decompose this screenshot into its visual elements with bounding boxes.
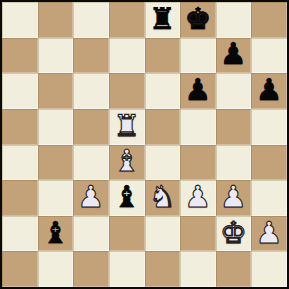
square-h2[interactable]: ♟ xyxy=(251,216,287,252)
square-f6[interactable]: ♟ xyxy=(180,73,216,109)
square-d5[interactable]: ♜ xyxy=(109,109,145,145)
square-f3[interactable]: ♟ xyxy=(180,180,216,216)
square-a8[interactable] xyxy=(2,2,38,38)
square-g2[interactable]: ♚ xyxy=(216,216,252,252)
square-g6[interactable] xyxy=(216,73,252,109)
square-a2[interactable] xyxy=(2,216,38,252)
square-e6[interactable] xyxy=(145,73,181,109)
square-b8[interactable] xyxy=(38,2,74,38)
square-e5[interactable] xyxy=(145,109,181,145)
square-h8[interactable] xyxy=(251,2,287,38)
black-bishop-piece: ♝ xyxy=(113,182,140,212)
black-pawn-piece: ♟ xyxy=(184,75,211,105)
square-g4[interactable] xyxy=(216,145,252,181)
square-d2[interactable] xyxy=(109,216,145,252)
chess-board: ♜♚♟♟♟♜♝♟♝♞♟♟♝♚♟ xyxy=(2,2,287,287)
square-b5[interactable] xyxy=(38,109,74,145)
square-c4[interactable] xyxy=(73,145,109,181)
white-rook-piece: ♜ xyxy=(113,111,140,141)
square-f7[interactable] xyxy=(180,38,216,74)
square-a3[interactable] xyxy=(2,180,38,216)
square-b6[interactable] xyxy=(38,73,74,109)
white-pawn-piece: ♟ xyxy=(184,182,211,212)
black-king-piece: ♚ xyxy=(184,4,211,34)
square-c1[interactable] xyxy=(73,251,109,287)
square-e4[interactable] xyxy=(145,145,181,181)
square-b4[interactable] xyxy=(38,145,74,181)
square-h6[interactable]: ♟ xyxy=(251,73,287,109)
square-a5[interactable] xyxy=(2,109,38,145)
white-pawn-piece: ♟ xyxy=(256,218,283,248)
square-f1[interactable] xyxy=(180,251,216,287)
square-a7[interactable] xyxy=(2,38,38,74)
chess-board-frame: ♜♚♟♟♟♜♝♟♝♞♟♟♝♚♟ xyxy=(0,0,289,289)
square-b7[interactable] xyxy=(38,38,74,74)
square-h4[interactable] xyxy=(251,145,287,181)
white-king-piece: ♚ xyxy=(220,218,247,248)
square-a6[interactable] xyxy=(2,73,38,109)
square-d3[interactable]: ♝ xyxy=(109,180,145,216)
square-h7[interactable] xyxy=(251,38,287,74)
square-g3[interactable]: ♟ xyxy=(216,180,252,216)
square-e8[interactable]: ♜ xyxy=(145,2,181,38)
white-pawn-piece: ♟ xyxy=(220,182,247,212)
square-c8[interactable] xyxy=(73,2,109,38)
square-g7[interactable]: ♟ xyxy=(216,38,252,74)
square-a1[interactable] xyxy=(2,251,38,287)
square-g5[interactable] xyxy=(216,109,252,145)
square-e7[interactable] xyxy=(145,38,181,74)
white-knight-piece: ♞ xyxy=(149,182,176,212)
square-g8[interactable] xyxy=(216,2,252,38)
black-pawn-piece: ♟ xyxy=(220,39,247,69)
white-pawn-piece: ♟ xyxy=(78,182,105,212)
square-f2[interactable] xyxy=(180,216,216,252)
square-e2[interactable] xyxy=(145,216,181,252)
square-f8[interactable]: ♚ xyxy=(180,2,216,38)
square-c6[interactable] xyxy=(73,73,109,109)
square-h1[interactable] xyxy=(251,251,287,287)
square-b2[interactable]: ♝ xyxy=(38,216,74,252)
square-f4[interactable] xyxy=(180,145,216,181)
square-c3[interactable]: ♟ xyxy=(73,180,109,216)
square-a4[interactable] xyxy=(2,145,38,181)
square-d4[interactable]: ♝ xyxy=(109,145,145,181)
square-c2[interactable] xyxy=(73,216,109,252)
black-pawn-piece: ♟ xyxy=(256,75,283,105)
square-d6[interactable] xyxy=(109,73,145,109)
square-h3[interactable] xyxy=(251,180,287,216)
square-g1[interactable] xyxy=(216,251,252,287)
square-e1[interactable] xyxy=(145,251,181,287)
square-c5[interactable] xyxy=(73,109,109,145)
square-e3[interactable]: ♞ xyxy=(145,180,181,216)
square-d1[interactable] xyxy=(109,251,145,287)
square-f5[interactable] xyxy=(180,109,216,145)
black-bishop-piece: ♝ xyxy=(42,218,69,248)
black-rook-piece: ♜ xyxy=(149,4,176,34)
square-c7[interactable] xyxy=(73,38,109,74)
square-b1[interactable] xyxy=(38,251,74,287)
square-h5[interactable] xyxy=(251,109,287,145)
white-bishop-piece: ♝ xyxy=(113,146,140,176)
square-b3[interactable] xyxy=(38,180,74,216)
square-d7[interactable] xyxy=(109,38,145,74)
square-d8[interactable] xyxy=(109,2,145,38)
